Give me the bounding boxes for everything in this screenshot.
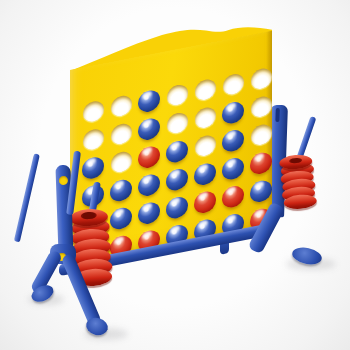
blue-disc bbox=[194, 161, 216, 186]
empty-hole bbox=[251, 95, 272, 119]
right-ring-stack bbox=[278, 154, 318, 211]
right-post-slot bbox=[275, 108, 279, 122]
empty-hole bbox=[223, 72, 244, 96]
empty-hole bbox=[251, 67, 272, 91]
empty-hole bbox=[195, 106, 216, 130]
blue-disc bbox=[166, 167, 188, 192]
empty-hole bbox=[195, 134, 216, 158]
blue-disc bbox=[138, 116, 160, 141]
blue-disc bbox=[110, 205, 132, 230]
red-disc bbox=[222, 184, 244, 209]
empty-hole bbox=[83, 99, 104, 123]
blue-disc bbox=[138, 200, 160, 225]
empty-hole bbox=[83, 127, 104, 151]
blue-disc bbox=[222, 156, 244, 181]
empty-hole bbox=[251, 123, 272, 147]
empty-hole bbox=[111, 150, 132, 174]
blue-disc bbox=[222, 128, 244, 153]
blue-disc bbox=[250, 178, 272, 203]
post-hole bbox=[59, 176, 68, 185]
product-photo bbox=[0, 0, 350, 350]
blue-disc bbox=[222, 100, 244, 125]
blue-disc bbox=[82, 155, 104, 180]
blue-disc bbox=[138, 88, 160, 113]
blue-disc bbox=[138, 172, 160, 197]
empty-hole bbox=[195, 78, 216, 102]
red-disc bbox=[194, 189, 216, 214]
left-rear-peg bbox=[14, 153, 40, 242]
empty-hole bbox=[167, 83, 188, 107]
red-disc bbox=[138, 144, 160, 169]
empty-hole bbox=[167, 111, 188, 135]
blue-disc bbox=[166, 139, 188, 164]
empty-hole bbox=[111, 94, 132, 118]
red-disc bbox=[250, 150, 272, 175]
blue-disc bbox=[166, 195, 188, 220]
empty-hole bbox=[111, 122, 132, 146]
blue-disc bbox=[110, 177, 132, 202]
